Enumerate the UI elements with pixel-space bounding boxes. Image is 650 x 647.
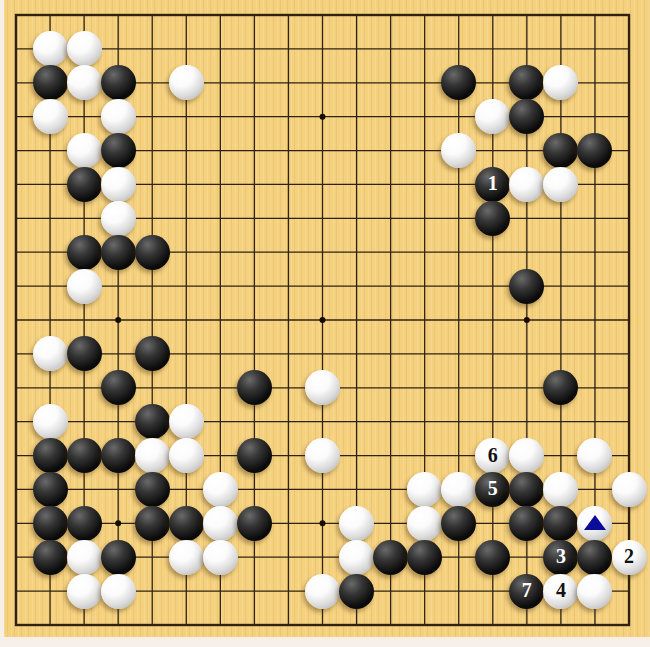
black-stone bbox=[237, 370, 272, 405]
black-stone bbox=[135, 336, 170, 371]
black-stone bbox=[67, 235, 102, 270]
black-stone bbox=[543, 506, 578, 541]
white-stone bbox=[33, 404, 68, 439]
black-stone: 1 bbox=[475, 167, 510, 202]
black-stone bbox=[135, 506, 170, 541]
white-stone bbox=[407, 506, 442, 541]
black-stone bbox=[135, 235, 170, 270]
white-stone bbox=[67, 540, 102, 575]
star-point bbox=[115, 520, 121, 526]
white-stone bbox=[339, 506, 374, 541]
white-stone bbox=[67, 574, 102, 609]
black-stone bbox=[509, 506, 544, 541]
black-stone bbox=[101, 540, 136, 575]
white-stone bbox=[101, 574, 136, 609]
triangle-marker-icon bbox=[584, 515, 606, 530]
white-stone bbox=[33, 336, 68, 371]
move-number: 2 bbox=[624, 546, 634, 566]
star-point bbox=[320, 520, 326, 526]
white-stone bbox=[135, 438, 170, 473]
star-point bbox=[115, 317, 121, 323]
move-number: 5 bbox=[488, 478, 498, 498]
white-stone bbox=[169, 540, 204, 575]
white-stone bbox=[612, 472, 647, 507]
white-stone bbox=[577, 574, 612, 609]
white-stone bbox=[203, 506, 238, 541]
white-stone bbox=[67, 269, 102, 304]
black-stone bbox=[67, 438, 102, 473]
white-stone bbox=[203, 472, 238, 507]
white-stone bbox=[169, 438, 204, 473]
black-stone bbox=[135, 404, 170, 439]
white-stone bbox=[67, 133, 102, 168]
black-stone bbox=[33, 438, 68, 473]
star-point bbox=[320, 317, 326, 323]
black-stone bbox=[475, 540, 510, 575]
white-stone bbox=[67, 31, 102, 66]
black-stone bbox=[67, 506, 102, 541]
white-stone bbox=[67, 65, 102, 100]
black-stone bbox=[101, 370, 136, 405]
move-number: 6 bbox=[488, 445, 498, 465]
black-stone bbox=[33, 540, 68, 575]
black-stone bbox=[441, 506, 476, 541]
move-number: 4 bbox=[556, 580, 566, 600]
star-point bbox=[524, 317, 530, 323]
black-stone bbox=[237, 506, 272, 541]
move-number: 3 bbox=[556, 546, 566, 566]
star-point bbox=[320, 114, 326, 120]
white-stone bbox=[101, 201, 136, 236]
black-stone: 7 bbox=[509, 574, 544, 609]
move-number: 7 bbox=[522, 580, 532, 600]
black-stone bbox=[33, 506, 68, 541]
white-stone bbox=[33, 31, 68, 66]
black-stone bbox=[373, 540, 408, 575]
black-stone bbox=[67, 336, 102, 371]
black-stone bbox=[101, 235, 136, 270]
white-stone bbox=[101, 99, 136, 134]
black-stone bbox=[33, 65, 68, 100]
move-number: 1 bbox=[488, 173, 498, 193]
white-stone: 2 bbox=[612, 540, 647, 575]
black-stone bbox=[339, 574, 374, 609]
black-stone bbox=[407, 540, 442, 575]
black-stone bbox=[577, 540, 612, 575]
black-stone bbox=[67, 167, 102, 202]
black-stone bbox=[237, 438, 272, 473]
white-stone bbox=[407, 472, 442, 507]
white-stone bbox=[203, 540, 238, 575]
black-stone bbox=[509, 269, 544, 304]
white-stone bbox=[101, 167, 136, 202]
black-stone: 5 bbox=[475, 472, 510, 507]
black-stone bbox=[101, 133, 136, 168]
black-stone bbox=[33, 472, 68, 507]
black-stone bbox=[101, 438, 136, 473]
white-stone bbox=[305, 574, 340, 609]
white-stone: 4 bbox=[543, 574, 578, 609]
black-stone bbox=[169, 506, 204, 541]
black-stone bbox=[475, 201, 510, 236]
white-stone bbox=[169, 65, 204, 100]
white-stone bbox=[169, 404, 204, 439]
black-stone: 3 bbox=[543, 540, 578, 575]
black-stone bbox=[101, 65, 136, 100]
white-stone bbox=[305, 438, 340, 473]
black-stone bbox=[135, 472, 170, 507]
white-stone bbox=[33, 99, 68, 134]
white-stone bbox=[441, 472, 476, 507]
white-stone bbox=[339, 540, 374, 575]
go-board[interactable]: 1653274 bbox=[4, 0, 650, 637]
